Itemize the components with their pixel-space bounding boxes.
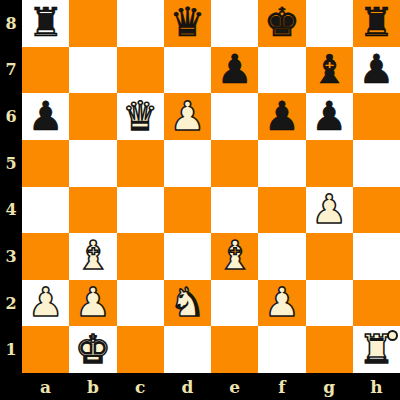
square-f6[interactable]: ♟ <box>258 93 305 140</box>
file-label-h: h <box>353 373 400 400</box>
square-e6[interactable] <box>211 93 258 140</box>
square-b5[interactable] <box>69 140 116 187</box>
file-label-c: c <box>117 373 164 400</box>
file-label-e: e <box>211 373 258 400</box>
square-d5[interactable] <box>164 140 211 187</box>
square-d6[interactable]: ♟ <box>164 93 211 140</box>
square-g8[interactable] <box>306 0 353 47</box>
square-a2[interactable]: ♟ <box>22 280 69 327</box>
square-f3[interactable] <box>258 233 305 280</box>
square-e5[interactable] <box>211 140 258 187</box>
square-b7[interactable] <box>69 47 116 94</box>
square-g7[interactable]: ♝ <box>306 47 353 94</box>
square-h6[interactable] <box>353 93 400 140</box>
square-f7[interactable] <box>258 47 305 94</box>
square-a7[interactable] <box>22 47 69 94</box>
square-g5[interactable] <box>306 140 353 187</box>
square-a8[interactable]: ♜ <box>22 0 69 47</box>
rank-label-8: 8 <box>0 0 22 47</box>
square-c5[interactable] <box>117 140 164 187</box>
square-d4[interactable] <box>164 187 211 234</box>
black-pawn[interactable]: ♟ <box>264 96 300 136</box>
file-label-a: a <box>22 373 69 400</box>
square-c2[interactable] <box>117 280 164 327</box>
black-pawn[interactable]: ♟ <box>311 96 347 136</box>
square-f4[interactable] <box>258 187 305 234</box>
rank-label-5: 5 <box>0 140 22 187</box>
white-bishop[interactable]: ♝ <box>75 235 111 275</box>
rank-label-1: 1 <box>0 326 22 373</box>
square-c8[interactable] <box>117 0 164 47</box>
white-bishop[interactable]: ♝ <box>217 235 253 275</box>
square-f2[interactable]: ♟ <box>258 280 305 327</box>
square-a1[interactable] <box>22 326 69 373</box>
rank-label-3: 3 <box>0 233 22 280</box>
square-f1[interactable] <box>258 326 305 373</box>
square-h5[interactable] <box>353 140 400 187</box>
square-g1[interactable] <box>306 326 353 373</box>
square-e8[interactable] <box>211 0 258 47</box>
white-pawn[interactable]: ♟ <box>264 282 300 322</box>
square-c4[interactable] <box>117 187 164 234</box>
square-h2[interactable] <box>353 280 400 327</box>
square-d1[interactable] <box>164 326 211 373</box>
white-king[interactable]: ♚ <box>75 329 111 369</box>
white-pawn[interactable]: ♟ <box>169 96 205 136</box>
square-b1[interactable]: ♚ <box>69 326 116 373</box>
rank-label-4: 4 <box>0 187 22 234</box>
white-pawn[interactable]: ♟ <box>28 282 64 322</box>
rank-label-7: 7 <box>0 47 22 94</box>
square-e2[interactable] <box>211 280 258 327</box>
file-label-d: d <box>164 373 211 400</box>
square-b8[interactable] <box>69 0 116 47</box>
piece-to-move-marker <box>387 330 398 341</box>
chess-board: ♜♛♚♜♟♝♟♟♛♟♟♟♟♝♝♟♟♞♟♚♜ <box>22 0 400 373</box>
square-c7[interactable] <box>117 47 164 94</box>
black-rook[interactable]: ♜ <box>358 2 394 42</box>
square-e4[interactable] <box>211 187 258 234</box>
black-king[interactable]: ♚ <box>264 2 300 42</box>
black-pawn[interactable]: ♟ <box>217 49 253 89</box>
black-queen[interactable]: ♛ <box>169 2 205 42</box>
square-f5[interactable] <box>258 140 305 187</box>
square-b3[interactable]: ♝ <box>69 233 116 280</box>
black-pawn[interactable]: ♟ <box>358 49 394 89</box>
square-h3[interactable] <box>353 233 400 280</box>
square-b2[interactable]: ♟ <box>69 280 116 327</box>
square-a3[interactable] <box>22 233 69 280</box>
file-label-f: f <box>258 373 305 400</box>
black-bishop[interactable]: ♝ <box>311 49 347 89</box>
file-label-b: b <box>69 373 116 400</box>
rank-coordinates: 87654321 <box>0 0 22 373</box>
square-a6[interactable]: ♟ <box>22 93 69 140</box>
square-d3[interactable] <box>164 233 211 280</box>
square-c6[interactable]: ♛ <box>117 93 164 140</box>
square-e3[interactable]: ♝ <box>211 233 258 280</box>
square-h4[interactable] <box>353 187 400 234</box>
square-c1[interactable] <box>117 326 164 373</box>
square-c3[interactable] <box>117 233 164 280</box>
white-knight[interactable]: ♞ <box>169 282 205 322</box>
rank-label-2: 2 <box>0 280 22 327</box>
square-h1[interactable]: ♜ <box>353 326 400 373</box>
file-label-g: g <box>306 373 353 400</box>
square-d8[interactable]: ♛ <box>164 0 211 47</box>
black-rook[interactable]: ♜ <box>28 2 64 42</box>
square-g2[interactable] <box>306 280 353 327</box>
square-b6[interactable] <box>69 93 116 140</box>
square-g6[interactable]: ♟ <box>306 93 353 140</box>
square-e1[interactable] <box>211 326 258 373</box>
square-h8[interactable]: ♜ <box>353 0 400 47</box>
square-e7[interactable]: ♟ <box>211 47 258 94</box>
white-pawn[interactable]: ♟ <box>311 189 347 229</box>
square-d7[interactable] <box>164 47 211 94</box>
square-a4[interactable] <box>22 187 69 234</box>
file-coordinates: abcdefgh <box>22 373 400 400</box>
square-f8[interactable]: ♚ <box>258 0 305 47</box>
square-g4[interactable]: ♟ <box>306 187 353 234</box>
white-pawn[interactable]: ♟ <box>75 282 111 322</box>
rank-label-6: 6 <box>0 93 22 140</box>
square-b4[interactable] <box>69 187 116 234</box>
black-pawn[interactable]: ♟ <box>28 96 64 136</box>
chess-puzzle-diagram: ♜♛♚♜♟♝♟♟♛♟♟♟♟♝♝♟♟♞♟♚♜ 87654321 abcdefgh <box>0 0 400 400</box>
square-a5[interactable] <box>22 140 69 187</box>
square-g3[interactable] <box>306 233 353 280</box>
square-d2[interactable]: ♞ <box>164 280 211 327</box>
white-queen[interactable]: ♛ <box>122 96 158 136</box>
square-h7[interactable]: ♟ <box>353 47 400 94</box>
